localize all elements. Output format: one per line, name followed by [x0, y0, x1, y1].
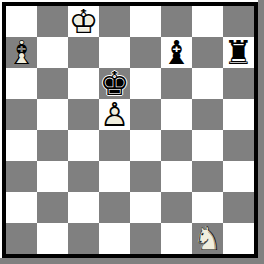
square-b5[interactable] [37, 99, 68, 130]
square-c2[interactable] [68, 192, 99, 223]
piece-white-knight[interactable]: ♞♘ [192, 223, 223, 254]
square-g3[interactable] [192, 161, 223, 192]
square-g6[interactable] [192, 68, 223, 99]
square-d8[interactable] [99, 6, 130, 37]
square-b1[interactable] [37, 223, 68, 254]
square-e5[interactable] [130, 99, 161, 130]
square-c6[interactable] [68, 68, 99, 99]
square-h1[interactable] [223, 223, 254, 254]
square-e2[interactable] [130, 192, 161, 223]
piece-white-bishop[interactable]: ♝♗ [6, 37, 37, 68]
square-e1[interactable] [130, 223, 161, 254]
square-c1[interactable] [68, 223, 99, 254]
square-h3[interactable] [223, 161, 254, 192]
square-e8[interactable] [130, 6, 161, 37]
board-frame: ♚♔♝♗♝♜♚♟♙♞♘ [0, 0, 258, 258]
king-glyph-outline: ♔ [68, 6, 99, 37]
king-glyph-fill: ♚ [68, 6, 99, 37]
square-d5[interactable]: ♟♙ [99, 99, 130, 130]
square-g4[interactable] [192, 130, 223, 161]
square-a6[interactable] [6, 68, 37, 99]
square-d3[interactable] [99, 161, 130, 192]
square-h4[interactable] [223, 130, 254, 161]
square-c4[interactable] [68, 130, 99, 161]
square-g8[interactable] [192, 6, 223, 37]
rook-glyph: ♜ [223, 37, 254, 68]
square-b7[interactable] [37, 37, 68, 68]
square-d1[interactable] [99, 223, 130, 254]
square-b6[interactable] [37, 68, 68, 99]
square-h8[interactable] [223, 6, 254, 37]
square-a2[interactable] [6, 192, 37, 223]
square-g5[interactable] [192, 99, 223, 130]
square-g1[interactable]: ♞♘ [192, 223, 223, 254]
piece-white-king[interactable]: ♚♔ [68, 6, 99, 37]
square-b8[interactable] [37, 6, 68, 37]
pawn-glyph-outline: ♙ [99, 99, 130, 130]
page-background: ♚♔♝♗♝♜♚♟♙♞♘ [0, 0, 264, 264]
square-h6[interactable] [223, 68, 254, 99]
piece-black-bishop[interactable]: ♝ [161, 37, 192, 68]
square-a5[interactable] [6, 99, 37, 130]
square-b3[interactable] [37, 161, 68, 192]
square-g2[interactable] [192, 192, 223, 223]
square-f3[interactable] [161, 161, 192, 192]
square-f6[interactable] [161, 68, 192, 99]
square-a7[interactable]: ♝♗ [6, 37, 37, 68]
square-h7[interactable]: ♜ [223, 37, 254, 68]
square-f5[interactable] [161, 99, 192, 130]
chess-board: ♚♔♝♗♝♜♚♟♙♞♘ [2, 2, 258, 258]
piece-black-rook[interactable]: ♜ [223, 37, 254, 68]
bishop-glyph: ♝ [161, 37, 192, 68]
square-g7[interactable] [192, 37, 223, 68]
square-a4[interactable] [6, 130, 37, 161]
king-glyph: ♚ [99, 68, 130, 99]
square-a8[interactable] [6, 6, 37, 37]
bishop-glyph-outline: ♗ [6, 37, 37, 68]
square-b4[interactable] [37, 130, 68, 161]
piece-black-king[interactable]: ♚ [99, 68, 130, 99]
square-f1[interactable] [161, 223, 192, 254]
square-b2[interactable] [37, 192, 68, 223]
knight-glyph-fill: ♞ [192, 223, 223, 254]
piece-white-pawn[interactable]: ♟♙ [99, 99, 130, 130]
square-d2[interactable] [99, 192, 130, 223]
square-c5[interactable] [68, 99, 99, 130]
square-h5[interactable] [223, 99, 254, 130]
square-c8[interactable]: ♚♔ [68, 6, 99, 37]
square-f8[interactable] [161, 6, 192, 37]
square-a1[interactable] [6, 223, 37, 254]
square-d7[interactable] [99, 37, 130, 68]
square-c3[interactable] [68, 161, 99, 192]
pawn-glyph-fill: ♟ [99, 99, 130, 130]
square-f7[interactable]: ♝ [161, 37, 192, 68]
square-f2[interactable] [161, 192, 192, 223]
square-d4[interactable] [99, 130, 130, 161]
square-h2[interactable] [223, 192, 254, 223]
square-c7[interactable] [68, 37, 99, 68]
square-a3[interactable] [6, 161, 37, 192]
square-e7[interactable] [130, 37, 161, 68]
square-f4[interactable] [161, 130, 192, 161]
square-d6[interactable]: ♚ [99, 68, 130, 99]
square-e4[interactable] [130, 130, 161, 161]
square-e3[interactable] [130, 161, 161, 192]
square-e6[interactable] [130, 68, 161, 99]
bishop-glyph-fill: ♝ [6, 37, 37, 68]
knight-glyph-outline: ♘ [192, 223, 223, 254]
